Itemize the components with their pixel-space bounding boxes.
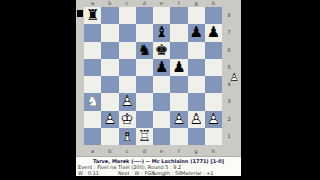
square-f5[interactable]: ♟	[170, 59, 187, 76]
square-e2[interactable]	[153, 111, 170, 128]
rank-label-7: 7	[224, 24, 234, 41]
square-g1[interactable]	[188, 128, 205, 145]
square-e6[interactable]: ♚	[153, 42, 170, 59]
square-c4[interactable]	[119, 76, 136, 93]
square-f8[interactable]	[170, 7, 187, 24]
white-pawn-piece: ♟♙	[101, 111, 118, 128]
square-c7[interactable]	[119, 24, 136, 41]
square-e5[interactable]: ♟	[153, 59, 170, 76]
square-h5[interactable]	[205, 59, 222, 76]
white-pawn-piece: ♟♙	[188, 111, 205, 128]
square-d4[interactable]	[136, 76, 153, 93]
square-a1[interactable]	[84, 128, 101, 145]
next-move-text: Next : W - PGN	[118, 170, 155, 176]
square-g4[interactable]	[188, 76, 205, 93]
material-pawn-outline: ♙	[230, 71, 240, 85]
white-bishop-piece: ♝♗	[119, 128, 136, 145]
white-king-piece: ♚♔	[119, 111, 136, 128]
square-b1[interactable]	[101, 128, 118, 145]
square-a8[interactable]: ♜	[84, 7, 101, 24]
clock-text: W : 0:11	[78, 170, 99, 176]
square-c1[interactable]: ♝♗	[119, 128, 136, 145]
white-pawn-piece: ♟♙	[170, 111, 187, 128]
square-a3[interactable]: ♞♘	[84, 93, 101, 110]
square-h7[interactable]: ♟	[205, 24, 222, 41]
black-rook-piece: ♜	[84, 7, 101, 24]
chess-board: ♜♝♟♟♞♚♟♟♞♘♟♙♟♙♚♔♟♙♟♙♟♙♝♗♜♖	[84, 7, 222, 145]
rank-label-1: 1	[224, 128, 234, 145]
square-b5[interactable]	[101, 59, 118, 76]
file-labels-top: abcdefgh	[84, 0, 222, 7]
square-f7[interactable]	[170, 24, 187, 41]
file-label-d: d	[136, 0, 153, 7]
square-e7[interactable]: ♝	[153, 24, 170, 41]
black-king-piece: ♚	[153, 42, 170, 59]
square-g3[interactable]	[188, 93, 205, 110]
file-label-e: e	[153, 0, 170, 7]
square-d6[interactable]: ♞	[136, 42, 153, 59]
square-h1[interactable]	[205, 128, 222, 145]
game-info-panel: Tarve, Marek (----) -- Mc Lochlainn (177…	[76, 156, 241, 176]
square-f1[interactable]	[170, 128, 187, 145]
square-c6[interactable]	[119, 42, 136, 59]
square-e8[interactable]	[153, 7, 170, 24]
black-pawn-piece: ♟	[153, 59, 170, 76]
chessboard-frame: abcdefgh ♜♝♟♟♞♚♟♟♞♘♟♙♟♙♚♔♟♙♟♙♟♙♝♗♜♖ 8765…	[76, 0, 241, 176]
square-e4[interactable]	[153, 76, 170, 93]
square-b6[interactable]	[101, 42, 118, 59]
square-b8[interactable]	[101, 7, 118, 24]
square-b2[interactable]: ♟♙	[101, 111, 118, 128]
square-g7[interactable]: ♟	[188, 24, 205, 41]
side-to-move-indicator	[77, 10, 83, 17]
square-c5[interactable]	[119, 59, 136, 76]
rank-label-2: 2	[224, 111, 234, 128]
white-knight-piece: ♞♘	[84, 93, 101, 110]
square-b7[interactable]	[101, 24, 118, 41]
black-bishop-piece: ♝	[153, 24, 170, 41]
square-d1[interactable]: ♜♖	[136, 128, 153, 145]
rank-label-6: 6	[224, 42, 234, 59]
file-label-h: h	[205, 0, 222, 7]
square-f6[interactable]	[170, 42, 187, 59]
file-label-g: g	[188, 0, 205, 7]
square-f4[interactable]	[170, 76, 187, 93]
square-h4[interactable]	[205, 76, 222, 93]
rank-label-3: 3	[224, 93, 234, 110]
square-d8[interactable]	[136, 7, 153, 24]
square-a2[interactable]	[84, 111, 101, 128]
file-label-b: b	[101, 0, 118, 7]
square-c2[interactable]: ♚♔	[119, 111, 136, 128]
square-d3[interactable]	[136, 93, 153, 110]
square-a7[interactable]	[84, 24, 101, 41]
black-pawn-piece: ♟	[205, 24, 222, 41]
square-f2[interactable]: ♟♙	[170, 111, 187, 128]
square-g8[interactable]	[188, 7, 205, 24]
black-pawn-piece: ♟	[170, 59, 187, 76]
square-e1[interactable]	[153, 128, 170, 145]
black-knight-piece: ♞	[136, 42, 153, 59]
square-h3[interactable]	[205, 93, 222, 110]
square-c3[interactable]: ♟♙	[119, 93, 136, 110]
video-frame: abcdefgh ♜♝♟♟♞♚♟♟♞♘♟♙♟♙♚♔♟♙♟♙♟♙♝♗♜♖ 8765…	[0, 0, 320, 180]
square-d5[interactable]	[136, 59, 153, 76]
file-label-a: a	[84, 0, 101, 7]
material-white-pawn-icon: ♟ ♙	[228, 71, 241, 85]
length-text: Length : 56	[153, 170, 181, 176]
square-g2[interactable]: ♟♙	[188, 111, 205, 128]
square-h6[interactable]	[205, 42, 222, 59]
white-pawn-piece: ♟♙	[205, 111, 222, 128]
square-d2[interactable]	[136, 111, 153, 128]
square-b3[interactable]	[101, 93, 118, 110]
white-pawn-piece: ♟♙	[119, 93, 136, 110]
square-g6[interactable]	[188, 42, 205, 59]
square-b4[interactable]	[101, 76, 118, 93]
square-a4[interactable]	[84, 76, 101, 93]
file-label-f: f	[170, 0, 187, 7]
square-a6[interactable]	[84, 42, 101, 59]
square-e3[interactable]	[153, 93, 170, 110]
black-pawn-piece: ♟	[188, 24, 205, 41]
square-h2[interactable]: ♟♙	[205, 111, 222, 128]
material-text: Material : +1	[181, 170, 214, 176]
rank-label-8: 8	[224, 7, 234, 24]
square-c8[interactable]	[119, 7, 136, 24]
white-rook-piece: ♜♖	[136, 128, 153, 145]
square-a5[interactable]	[84, 59, 101, 76]
square-f3[interactable]	[170, 93, 187, 110]
file-label-c: c	[119, 0, 136, 7]
square-h8[interactable]	[205, 7, 222, 24]
square-d7[interactable]	[136, 24, 153, 41]
square-g5[interactable]	[188, 59, 205, 76]
